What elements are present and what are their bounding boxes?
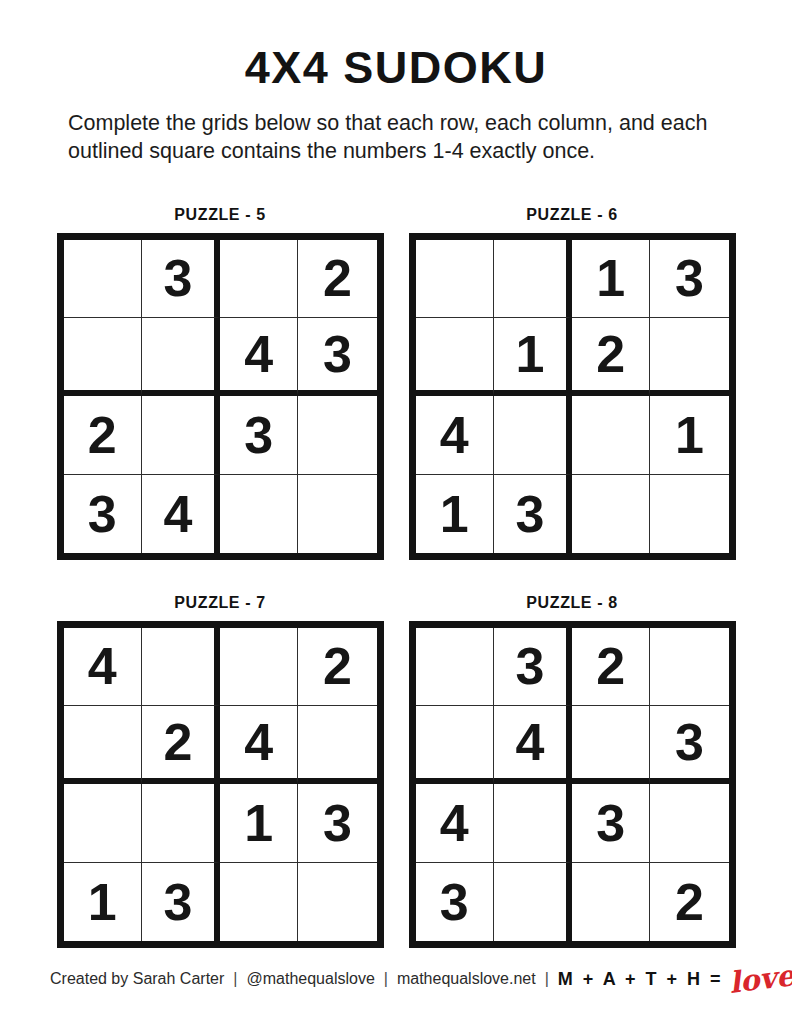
puzzle-6: PUZZLE - 6 1 3 1 2 4 1 1 3 <box>409 206 736 560</box>
p8-cell-r1c3: 2 <box>572 628 650 706</box>
p7-cell-r3c2[interactable] <box>142 784 220 862</box>
p7-cell-r1c2[interactable] <box>142 628 220 706</box>
puzzle-5: PUZZLE - 5 3 2 4 3 2 3 3 4 <box>57 206 384 560</box>
p6-cell-r3c1: 4 <box>416 396 494 474</box>
p6-cell-r1c1[interactable] <box>416 240 494 318</box>
p5-cell-r3c2[interactable] <box>142 396 220 474</box>
footer-separator: | <box>384 970 388 988</box>
p6-cell-r2c4[interactable] <box>650 318 728 396</box>
p8-cell-r2c4: 3 <box>650 706 728 784</box>
p6-cell-r2c3: 2 <box>572 318 650 396</box>
footer-separator: | <box>233 970 237 988</box>
p8-cell-r4c1: 3 <box>416 863 494 941</box>
p7-cell-r2c2: 2 <box>142 706 220 784</box>
p6-cell-r1c2[interactable] <box>494 240 572 318</box>
p5-cell-r1c3[interactable] <box>220 240 298 318</box>
p6-cell-r4c4[interactable] <box>650 475 728 553</box>
puzzle-6-board: 1 3 1 2 4 1 1 3 <box>409 233 736 560</box>
footer-handle: @mathequalslove <box>246 970 374 988</box>
p8-cell-r3c2[interactable] <box>494 784 572 862</box>
p8-cell-r4c3[interactable] <box>572 863 650 941</box>
instructions-text: Complete the grids below so that each ro… <box>68 109 708 166</box>
p5-cell-r3c3: 3 <box>220 396 298 474</box>
p5-cell-r2c4: 3 <box>298 318 376 396</box>
puzzle-6-label: PUZZLE - 6 <box>409 206 736 224</box>
puzzle-8: PUZZLE - 8 3 2 4 3 4 3 3 2 <box>409 594 736 948</box>
footer-website: mathequalslove.net <box>397 970 536 988</box>
footer-credit: Created by Sarah Carter <box>50 970 224 988</box>
puzzles-container: PUZZLE - 5 3 2 4 3 2 3 3 4 PUZZLE - 6 1 … <box>0 206 792 948</box>
puzzle-5-label: PUZZLE - 5 <box>57 206 384 224</box>
p5-cell-r3c4[interactable] <box>298 396 376 474</box>
p7-cell-r2c3: 4 <box>220 706 298 784</box>
p7-cell-r1c4: 2 <box>298 628 376 706</box>
p7-cell-r4c2: 3 <box>142 863 220 941</box>
p8-cell-r2c1[interactable] <box>416 706 494 784</box>
p6-cell-r3c3[interactable] <box>572 396 650 474</box>
footer: Created by Sarah Carter | @mathequalslov… <box>0 968 792 991</box>
puzzle-7: PUZZLE - 7 4 2 2 4 1 3 1 3 <box>57 594 384 948</box>
p8-cell-r3c1: 4 <box>416 784 494 862</box>
p8-cell-r1c2: 3 <box>494 628 572 706</box>
p7-cell-r2c1[interactable] <box>64 706 142 784</box>
p7-cell-r1c3[interactable] <box>220 628 298 706</box>
footer-math-equals: M + A + T + H = <box>558 969 723 990</box>
p7-cell-r4c4[interactable] <box>298 863 376 941</box>
p5-cell-r4c4[interactable] <box>298 475 376 553</box>
puzzle-7-label: PUZZLE - 7 <box>57 594 384 612</box>
p6-cell-r4c3[interactable] <box>572 475 650 553</box>
p8-cell-r4c2[interactable] <box>494 863 572 941</box>
p6-cell-r2c1[interactable] <box>416 318 494 396</box>
p5-cell-r2c3: 4 <box>220 318 298 396</box>
p7-cell-r3c1[interactable] <box>64 784 142 862</box>
p8-cell-r1c4[interactable] <box>650 628 728 706</box>
p6-cell-r3c2[interactable] <box>494 396 572 474</box>
p7-cell-r4c1: 1 <box>64 863 142 941</box>
p5-cell-r2c2[interactable] <box>142 318 220 396</box>
p7-cell-r1c1: 4 <box>64 628 142 706</box>
p5-cell-r4c1: 3 <box>64 475 142 553</box>
page-title: 4X4 SUDOKU <box>0 0 792 94</box>
puzzle-8-board: 3 2 4 3 4 3 3 2 <box>409 621 736 948</box>
puzzle-5-board: 3 2 4 3 2 3 3 4 <box>57 233 384 560</box>
p7-cell-r3c3: 1 <box>220 784 298 862</box>
p8-cell-r2c3[interactable] <box>572 706 650 784</box>
p5-cell-r2c1[interactable] <box>64 318 142 396</box>
p5-cell-r3c1: 2 <box>64 396 142 474</box>
p5-cell-r4c3[interactable] <box>220 475 298 553</box>
p5-cell-r1c1[interactable] <box>64 240 142 318</box>
p6-cell-r3c4: 1 <box>650 396 728 474</box>
p6-cell-r4c1: 1 <box>416 475 494 553</box>
footer-separator: | <box>545 970 549 988</box>
p5-cell-r1c2: 3 <box>142 240 220 318</box>
p6-cell-r1c3: 1 <box>572 240 650 318</box>
p5-cell-r4c2: 4 <box>142 475 220 553</box>
p8-cell-r3c4[interactable] <box>650 784 728 862</box>
p8-cell-r2c2: 4 <box>494 706 572 784</box>
p7-cell-r3c4: 3 <box>298 784 376 862</box>
p6-cell-r1c4: 3 <box>650 240 728 318</box>
p8-cell-r3c3: 3 <box>572 784 650 862</box>
p7-cell-r4c3[interactable] <box>220 863 298 941</box>
puzzle-7-board: 4 2 2 4 1 3 1 3 <box>57 621 384 948</box>
p6-cell-r2c2: 1 <box>494 318 572 396</box>
p8-cell-r1c1[interactable] <box>416 628 494 706</box>
p8-cell-r4c4: 2 <box>650 863 728 941</box>
p5-cell-r1c4: 2 <box>298 240 376 318</box>
p6-cell-r4c2: 3 <box>494 475 572 553</box>
p7-cell-r2c4[interactable] <box>298 706 376 784</box>
footer-love-script: love <box>728 964 792 995</box>
puzzle-8-label: PUZZLE - 8 <box>409 594 736 612</box>
